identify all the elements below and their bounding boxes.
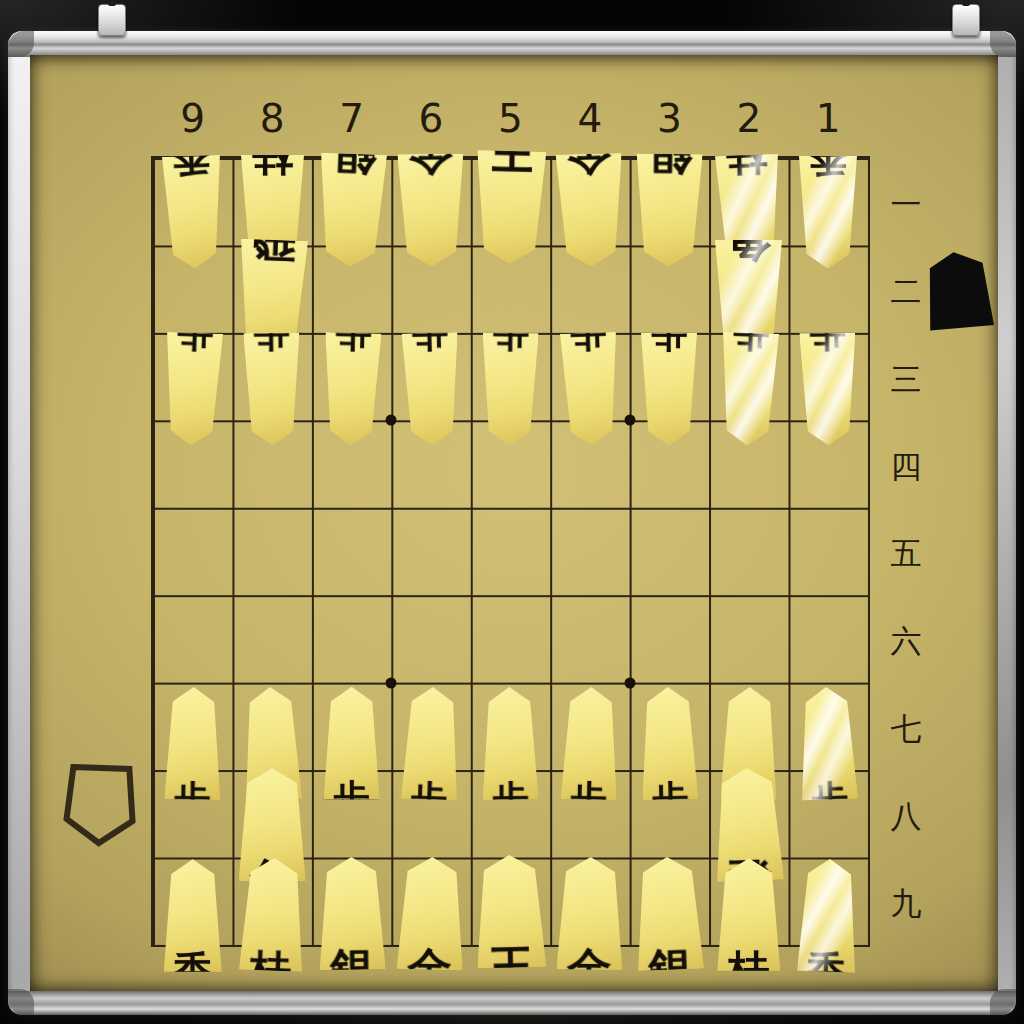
sente-turn-marker[interactable] <box>60 762 139 853</box>
rank-label-3: 三 <box>878 359 934 401</box>
hoshi-dot <box>386 415 397 426</box>
piece-sente-香-99[interactable]: 香 <box>164 859 222 972</box>
frame-bottom-rail <box>8 991 1016 1015</box>
piece-sente-歩-97[interactable]: 歩 <box>164 687 221 800</box>
rank-label-6: 六 <box>878 621 934 663</box>
wall-hanger-clip <box>98 4 126 36</box>
hoshi-dot <box>624 415 635 426</box>
piece-sente-歩-77[interactable]: 歩 <box>324 687 380 800</box>
frame-corner-cap <box>990 989 1016 1015</box>
file-label-8: 8 <box>232 96 312 141</box>
frame-top-rail <box>8 31 1016 57</box>
file-label-1: 1 <box>788 96 868 141</box>
file-label-6: 6 <box>391 96 471 141</box>
piece-gote-歩-13[interactable]: 歩 <box>800 333 857 446</box>
rank-label-4: 四 <box>878 446 934 488</box>
file-label-7: 7 <box>312 96 392 141</box>
rank-label-1: 一 <box>878 184 934 226</box>
glare-reflection <box>799 156 857 269</box>
file-label-5: 5 <box>470 96 550 141</box>
hoshi-dot <box>386 677 397 688</box>
file-label-9: 9 <box>153 96 233 141</box>
rank-label-8: 八 <box>878 796 934 838</box>
file-label-2: 2 <box>709 96 789 141</box>
piece-gote-歩-83[interactable]: 歩 <box>243 333 300 446</box>
piece-gote-銀-31[interactable]: 銀 <box>636 153 703 266</box>
gote-turn-marker[interactable] <box>917 247 996 337</box>
wall-hanger-clip <box>952 4 980 36</box>
piece-gote-歩-33[interactable]: 歩 <box>641 333 697 446</box>
rank-label-7: 七 <box>878 708 934 750</box>
rank-label-5: 五 <box>878 533 934 575</box>
file-label-4: 4 <box>550 96 630 141</box>
hoshi-dot <box>624 677 635 688</box>
piece-sente-金-49[interactable]: 金 <box>556 857 623 970</box>
glare-reflection <box>800 333 857 446</box>
shogi-demo-board-photo: 987654321一二三四五六七八九 香桂銀金王金銀桂香飛角歩歩歩歩歩歩歩歩歩歩… <box>0 0 1024 1024</box>
piece-sente-桂-29[interactable]: 桂 <box>717 858 780 971</box>
piece-gote-香-11[interactable]: 香 <box>799 156 857 269</box>
piece-gote-金-61[interactable]: 金 <box>397 153 464 266</box>
piece-sente-銀-79[interactable]: 銀 <box>318 857 385 970</box>
rank-label-9: 九 <box>878 883 934 925</box>
file-label-3: 3 <box>629 96 709 141</box>
